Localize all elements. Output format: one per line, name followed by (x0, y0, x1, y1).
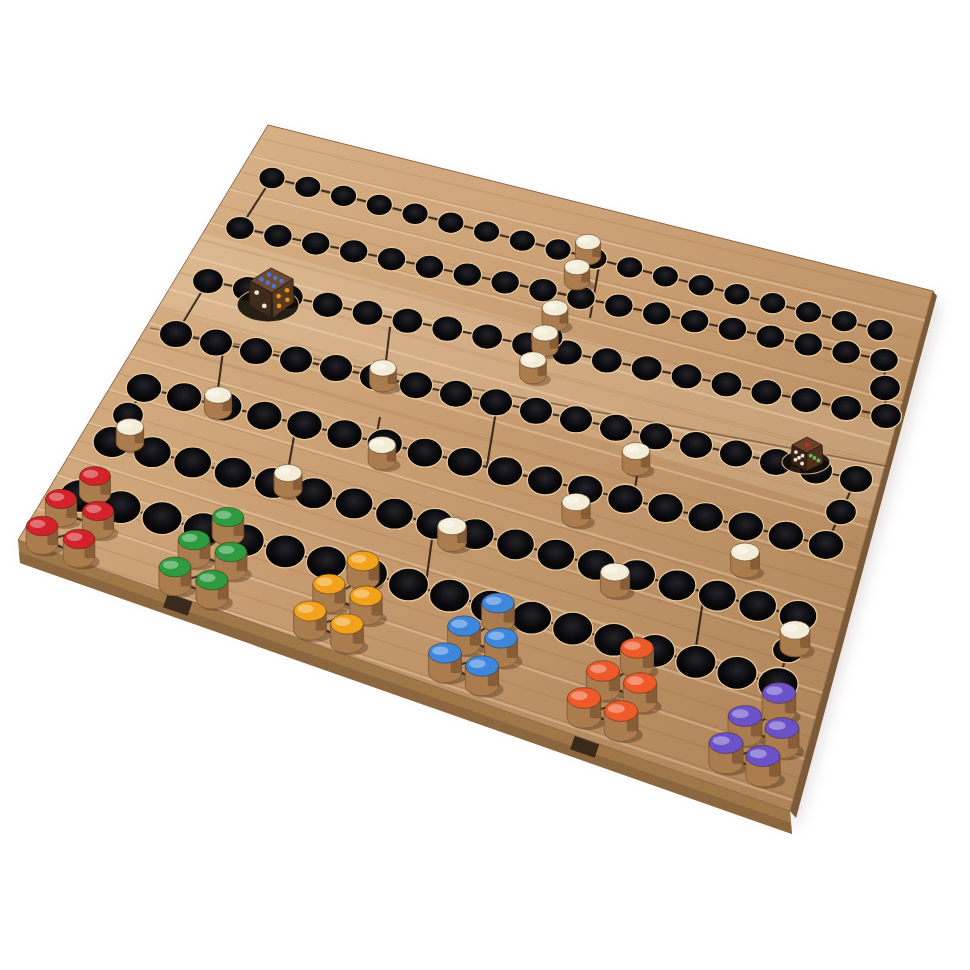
peg-orange[interactable] (604, 701, 643, 744)
board-hole[interactable] (728, 512, 764, 541)
die-pip (813, 456, 817, 460)
board-hole[interactable] (679, 431, 712, 458)
board-hole[interactable] (126, 373, 162, 402)
board-hole[interactable] (166, 383, 202, 412)
board-hole[interactable] (688, 503, 724, 532)
die-pip (273, 276, 278, 281)
board-hole[interactable] (472, 324, 503, 349)
board-hole[interactable] (527, 466, 563, 495)
die-pip (265, 280, 270, 285)
board-hole[interactable] (591, 348, 622, 373)
board-hole[interactable] (831, 395, 862, 420)
board-hole[interactable] (327, 420, 363, 449)
board-hole[interactable] (808, 530, 844, 559)
board-hole[interactable] (718, 317, 747, 341)
board-hole[interactable] (676, 645, 716, 678)
board-hole[interactable] (739, 590, 777, 621)
board-hole[interactable] (529, 278, 558, 302)
peg-yellow[interactable] (294, 601, 331, 642)
board-hole[interactable] (159, 320, 192, 347)
board-hole[interactable] (301, 232, 330, 256)
board-hole[interactable] (473, 221, 499, 243)
die-pip (277, 304, 282, 309)
board-hole[interactable] (438, 212, 464, 234)
peg-blue[interactable] (465, 656, 503, 698)
board-hole[interactable] (439, 380, 472, 407)
board-hole[interactable] (142, 502, 182, 535)
board-hole[interactable] (756, 325, 785, 349)
peg-purple[interactable] (709, 732, 748, 775)
board-hole[interactable] (366, 194, 392, 216)
board-hole[interactable] (751, 379, 782, 404)
board-hole[interactable] (402, 203, 428, 225)
board-hole[interactable] (760, 292, 786, 314)
board-hole[interactable] (287, 410, 323, 439)
die-pip (285, 288, 290, 293)
board-hole[interactable] (537, 539, 575, 570)
board-hole[interactable] (312, 292, 343, 317)
die-pip (254, 290, 259, 295)
peg-red[interactable] (26, 516, 62, 556)
die-pip (262, 304, 267, 309)
board-hole[interactable] (247, 401, 283, 430)
peg-red[interactable] (80, 466, 116, 505)
board-hole[interactable] (608, 484, 644, 513)
board-hole[interactable] (711, 372, 742, 397)
board-hole[interactable] (871, 403, 902, 428)
peg-green[interactable] (196, 570, 233, 611)
board-hole[interactable] (768, 521, 804, 550)
die-pip (276, 294, 281, 299)
product-photo-canvas (0, 0, 970, 970)
die-pip (817, 459, 821, 463)
board-hole[interactable] (631, 356, 662, 381)
board-hole[interactable] (698, 580, 736, 611)
die-pip (797, 456, 801, 460)
board-hole[interactable] (279, 346, 312, 373)
board-hole[interactable] (795, 301, 821, 323)
die-pip (805, 443, 809, 447)
peg-red[interactable] (63, 529, 99, 569)
board-hole[interactable] (642, 302, 671, 326)
board-hole[interactable] (377, 247, 406, 271)
board-hole[interactable] (491, 271, 520, 295)
board-hole[interactable] (831, 310, 857, 332)
board-hole[interactable] (652, 266, 678, 288)
board-hole[interactable] (319, 354, 352, 381)
peg-blue[interactable] (428, 643, 466, 685)
board-hole[interactable] (791, 387, 822, 412)
peg-yellow[interactable] (331, 614, 369, 656)
die-pip (809, 454, 813, 458)
board-hole[interactable] (392, 308, 423, 333)
board-hole[interactable] (870, 348, 899, 372)
die-pip (285, 297, 290, 302)
board-hole[interactable] (199, 329, 232, 356)
board-hole[interactable] (174, 447, 212, 478)
board-hole[interactable] (648, 493, 684, 522)
board-hole[interactable] (415, 255, 444, 279)
board-hole[interactable] (519, 397, 552, 424)
die-pip (259, 277, 264, 282)
board-hole[interactable] (335, 488, 373, 519)
board-hole[interactable] (479, 389, 512, 416)
board-hole[interactable] (559, 406, 592, 433)
board-hole[interactable] (432, 316, 463, 341)
board-hole[interactable] (295, 176, 321, 198)
board-hole[interactable] (719, 440, 752, 467)
board-hole[interactable] (839, 465, 872, 492)
board-hole[interactable] (870, 375, 901, 401)
board-hole[interactable] (680, 309, 709, 333)
board-hole[interactable] (688, 274, 714, 296)
board-hole[interactable] (599, 414, 632, 441)
board-hole[interactable] (794, 333, 823, 357)
die-pip (794, 458, 798, 462)
die-pip (272, 284, 277, 289)
board-hole[interactable] (339, 240, 368, 264)
die-pip (267, 272, 272, 277)
board-hole[interactable] (407, 438, 443, 467)
board-hole[interactable] (330, 185, 356, 207)
board-hole[interactable] (239, 337, 272, 364)
board-hole[interactable] (429, 579, 469, 612)
peg-orange[interactable] (567, 688, 605, 731)
board-hole[interactable] (226, 216, 255, 240)
die-pip (279, 279, 284, 284)
board-hole[interactable] (376, 498, 414, 529)
board-hole[interactable] (453, 263, 482, 287)
board-hole[interactable] (264, 224, 293, 248)
board-hole[interactable] (259, 167, 285, 189)
board-hole[interactable] (658, 570, 696, 601)
board-hole[interactable] (826, 499, 857, 525)
die-pip (801, 454, 805, 458)
board-hole[interactable] (487, 457, 523, 486)
board-hole[interactable] (553, 612, 593, 645)
board-hole[interactable] (214, 457, 252, 488)
board-hole[interactable] (352, 300, 383, 325)
die-pip (800, 462, 804, 466)
board-hole[interactable] (509, 230, 535, 252)
board-hole[interactable] (724, 283, 750, 305)
peg-green[interactable] (159, 557, 196, 598)
board-hole[interactable] (193, 268, 224, 293)
board-hole[interactable] (616, 257, 642, 279)
board-hole[interactable] (604, 294, 633, 318)
board-hole[interactable] (867, 319, 893, 341)
board-hole[interactable] (671, 364, 702, 389)
die-pip (794, 450, 798, 454)
peg-green[interactable] (212, 507, 248, 547)
board-hole[interactable] (832, 340, 861, 364)
peg-purple[interactable] (746, 745, 785, 788)
board-hole[interactable] (497, 529, 535, 560)
board-hole[interactable] (399, 372, 432, 399)
board-hole[interactable] (265, 535, 305, 568)
board-hole[interactable] (545, 239, 571, 261)
barricade-board (0, 0, 970, 970)
board-hole[interactable] (717, 656, 757, 689)
board-hole[interactable] (388, 568, 428, 601)
board-hole[interactable] (447, 447, 483, 476)
